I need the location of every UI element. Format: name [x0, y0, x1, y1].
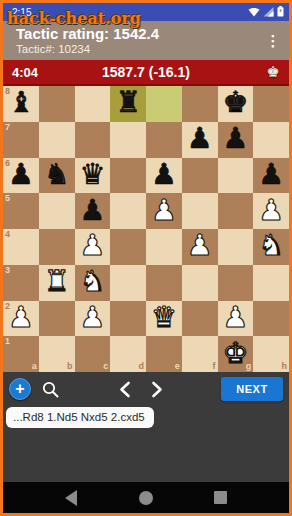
square-f4[interactable]: ♟	[182, 229, 218, 265]
square-a5[interactable]: 5	[3, 193, 39, 229]
square-d4[interactable]	[110, 229, 146, 265]
square-a2[interactable]: 2♟	[3, 301, 39, 337]
piece-white-king[interactable]: ♚	[218, 336, 254, 372]
square-d7[interactable]	[110, 122, 146, 158]
piece-white-pawn[interactable]: ♟	[146, 193, 182, 229]
move-list-chip[interactable]: ...Rd8 1.Nd5 Nxd5 2.cxd5	[6, 407, 154, 428]
square-f5[interactable]	[182, 193, 218, 229]
file-label-c: c	[103, 362, 108, 371]
piece-black-bishop[interactable]: ♝	[3, 86, 39, 122]
wifi-icon	[248, 3, 260, 21]
add-button[interactable]: +	[9, 378, 31, 400]
square-g4[interactable]	[218, 229, 254, 265]
tactic-number-label: Tactic#: 10234	[16, 42, 263, 56]
piece-black-pawn[interactable]: ♟	[182, 122, 218, 158]
square-e3[interactable]	[146, 265, 182, 301]
piece-white-rook[interactable]: ♜	[39, 265, 75, 301]
rating-change-label: 1587.7 (-16.1)	[3, 64, 289, 80]
square-b3[interactable]: ♜	[39, 265, 75, 301]
rank-label-1: 1	[5, 337, 10, 346]
piece-white-pawn[interactable]: ♟	[75, 229, 111, 265]
square-g2[interactable]: ♟	[218, 301, 254, 337]
rank-label-3: 3	[5, 266, 10, 275]
square-d6[interactable]	[110, 158, 146, 194]
piece-black-pawn[interactable]: ♟	[253, 158, 289, 194]
square-d5[interactable]	[110, 193, 146, 229]
square-c3[interactable]: ♞	[75, 265, 111, 301]
piece-black-knight[interactable]: ♞	[39, 158, 75, 194]
square-e5[interactable]: ♟	[146, 193, 182, 229]
square-h1[interactable]: h	[253, 336, 289, 372]
app-screen: 2:15 hack-cheat.org Tactic rating: 1542.…	[0, 0, 292, 516]
header-titles: Tactic rating: 1542.4 Tactic#: 10234	[16, 25, 263, 56]
square-b2[interactable]	[39, 301, 75, 337]
square-f8[interactable]	[182, 86, 218, 122]
piece-black-pawn[interactable]: ♟	[146, 158, 182, 194]
piece-white-knight[interactable]: ♞	[253, 229, 289, 265]
piece-black-pawn[interactable]: ♟	[3, 158, 39, 194]
square-b6[interactable]: ♞	[39, 158, 75, 194]
previous-move-icon[interactable]	[118, 381, 132, 398]
chess-board: 8♝♜♚7♟♟6♟♞♛♟♟5♟♟♟4♟♟♞3♜♞2♟♟♛♟1abcdefg♚h	[3, 86, 289, 372]
next-button[interactable]: NEXT	[221, 377, 283, 401]
square-g3[interactable]	[218, 265, 254, 301]
info-bar: 1587.7 (-16.1) 4:04 ♚	[3, 60, 289, 86]
square-f3[interactable]	[182, 265, 218, 301]
watermark: hack-cheat.org	[7, 9, 141, 28]
square-h3[interactable]	[253, 265, 289, 301]
square-h5[interactable]: ♟	[253, 193, 289, 229]
square-b8[interactable]	[39, 86, 75, 122]
square-h4[interactable]: ♞	[253, 229, 289, 265]
square-f2[interactable]	[182, 301, 218, 337]
square-d8[interactable]: ♜	[110, 86, 146, 122]
piece-white-queen[interactable]: ♛	[146, 301, 182, 337]
rank-label-4: 4	[5, 230, 10, 239]
piece-white-pawn[interactable]: ♟	[253, 193, 289, 229]
square-f7[interactable]: ♟	[182, 122, 218, 158]
square-c8[interactable]	[75, 86, 111, 122]
square-a1[interactable]: 1a	[3, 336, 39, 372]
next-move-icon[interactable]	[150, 381, 164, 398]
square-a6[interactable]: 6♟	[3, 158, 39, 194]
search-icon[interactable]	[41, 380, 60, 399]
square-f1[interactable]: f	[182, 336, 218, 372]
square-h2[interactable]	[253, 301, 289, 337]
square-e2[interactable]: ♛	[146, 301, 182, 337]
overflow-menu-icon[interactable]: ⋮	[263, 32, 283, 50]
square-e7[interactable]	[146, 122, 182, 158]
piece-black-rook[interactable]: ♜	[110, 86, 146, 122]
square-h6[interactable]: ♟	[253, 158, 289, 194]
square-a4[interactable]: 4	[3, 229, 39, 265]
square-c6[interactable]: ♛	[75, 158, 111, 194]
square-b4[interactable]	[39, 229, 75, 265]
square-e6[interactable]: ♟	[146, 158, 182, 194]
toolbar-row: + NEXT	[3, 372, 289, 402]
battery-icon	[277, 3, 284, 21]
square-a8[interactable]: 8♝	[3, 86, 39, 122]
square-e1[interactable]: e	[146, 336, 182, 372]
square-c5[interactable]: ♟	[75, 193, 111, 229]
home-icon[interactable]	[139, 491, 153, 505]
bottom-toolbar: + NEXT ...Rd8 1.Nd5 Nxd5 2.cxd5	[3, 372, 289, 482]
square-b1[interactable]: b	[39, 336, 75, 372]
square-c7[interactable]	[75, 122, 111, 158]
square-e8[interactable]	[146, 86, 182, 122]
square-c1[interactable]: c	[75, 336, 111, 372]
square-c4[interactable]: ♟	[75, 229, 111, 265]
piece-black-queen[interactable]: ♛	[75, 158, 111, 194]
cell-signal-icon	[263, 3, 274, 21]
file-label-f: f	[213, 362, 216, 371]
piece-black-king[interactable]: ♚	[218, 86, 254, 122]
square-a3[interactable]: 3	[3, 265, 39, 301]
piece-white-knight[interactable]: ♞	[75, 265, 111, 301]
file-label-e: e	[175, 362, 180, 371]
rank-label-7: 7	[5, 123, 10, 132]
file-label-d: d	[139, 362, 145, 371]
piece-white-pawn[interactable]: ♟	[218, 301, 254, 337]
square-f6[interactable]	[182, 158, 218, 194]
side-to-move-king-icon: ♚	[267, 65, 280, 80]
status-icons	[248, 3, 284, 21]
square-g8[interactable]: ♚	[218, 86, 254, 122]
piece-white-pawn[interactable]: ♟	[182, 229, 218, 265]
square-d2[interactable]	[110, 301, 146, 337]
square-g1[interactable]: g♚	[218, 336, 254, 372]
file-label-h: h	[282, 362, 288, 371]
square-g7[interactable]: ♟	[218, 122, 254, 158]
recents-icon[interactable]	[214, 491, 227, 504]
piece-black-pawn[interactable]: ♟	[218, 122, 254, 158]
square-c2[interactable]: ♟	[75, 301, 111, 337]
rank-label-5: 5	[5, 194, 10, 203]
square-d3[interactable]	[110, 265, 146, 301]
file-label-b: b	[67, 362, 73, 371]
square-b7[interactable]	[39, 122, 75, 158]
square-a7[interactable]: 7	[3, 122, 39, 158]
square-e4[interactable]	[146, 229, 182, 265]
back-icon[interactable]	[65, 490, 77, 506]
piece-black-pawn[interactable]: ♟	[75, 193, 111, 229]
square-b5[interactable]	[39, 193, 75, 229]
file-label-a: a	[32, 362, 37, 371]
square-d1[interactable]: d	[110, 336, 146, 372]
square-h8[interactable]	[253, 86, 289, 122]
android-nav-bar	[3, 482, 289, 513]
square-g5[interactable]	[218, 193, 254, 229]
square-g6[interactable]	[218, 158, 254, 194]
piece-white-pawn[interactable]: ♟	[3, 301, 39, 337]
piece-white-pawn[interactable]: ♟	[75, 301, 111, 337]
square-h7[interactable]	[253, 122, 289, 158]
